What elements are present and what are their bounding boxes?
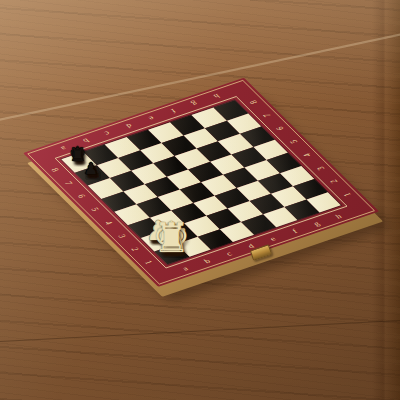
file-label-top-g: g	[190, 100, 199, 107]
file-label-top-c: c	[103, 130, 112, 136]
rank-label-left-6: 6	[76, 194, 87, 199]
rank-label-right-7: 7	[262, 112, 273, 117]
file-label-bottom-a: a	[181, 265, 190, 271]
rank-label-left-8: 8	[49, 167, 60, 172]
rank-label-right-5: 5	[288, 139, 299, 144]
file-label-top-h: h	[212, 93, 221, 100]
chess-board: aabbccddeeffgghh1122334455667788	[23, 78, 379, 287]
rank-label-right-1: 1	[342, 192, 353, 197]
file-label-bottom-f: f	[291, 228, 299, 234]
rank-label-right-4: 4	[302, 152, 313, 157]
file-label-bottom-c: c	[225, 250, 234, 256]
rank-label-left-5: 5	[89, 207, 100, 212]
rank-label-left-3: 3	[116, 233, 127, 238]
rank-label-right-8: 8	[248, 99, 259, 104]
file-label-bottom-e: e	[268, 236, 277, 242]
rank-label-right-6: 6	[275, 126, 286, 131]
rank-label-left-7: 7	[63, 180, 74, 185]
rank-label-left-1: 1	[143, 260, 154, 265]
rank-label-left-2: 2	[130, 247, 141, 252]
table-plank-seam	[0, 317, 400, 343]
file-label-top-a: a	[59, 145, 68, 151]
file-label-top-e: e	[147, 115, 156, 121]
rank-label-left-4: 4	[103, 220, 114, 225]
photo-of-folding-chess-set: aabbccddeeffgghh1122334455667788 ♜♞♝♛♚♝♞…	[0, 0, 400, 400]
rank-label-right-2: 2	[328, 179, 339, 184]
rank-label-right-3: 3	[315, 165, 326, 170]
file-label-top-f: f	[169, 108, 177, 114]
file-label-bottom-h: h	[334, 213, 343, 220]
file-label-top-d: d	[125, 122, 134, 129]
file-label-bottom-g: g	[312, 221, 321, 228]
file-label-top-b: b	[81, 137, 90, 144]
file-label-bottom-b: b	[202, 258, 211, 265]
